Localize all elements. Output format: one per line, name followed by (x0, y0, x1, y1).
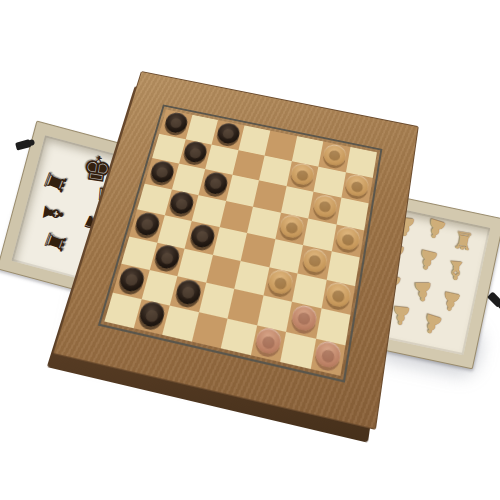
checker-dark[interactable]: ● (189, 222, 217, 249)
checker-copper[interactable]: ● (254, 326, 283, 356)
checker-dark[interactable]: ● (137, 300, 167, 329)
checker-light[interactable]: ● (325, 281, 352, 310)
chess-checkers-box-scene: ♚♜♛♟♝♞♟♜♟ ♟♟♜♟♟♝♟♟♟♟♟ ●●●●●●●●●●●●●●●●●●… (0, 0, 500, 500)
checker-light[interactable]: ● (301, 246, 328, 274)
checker-dark[interactable]: ● (153, 243, 182, 270)
chess-piece-light[interactable]: ♟ (418, 309, 446, 338)
right-drawer-knob-icon[interactable] (487, 291, 500, 307)
checker-dark[interactable]: ● (202, 170, 229, 195)
checker-dark[interactable]: ● (163, 111, 189, 135)
checker-light[interactable]: ● (335, 225, 362, 252)
chess-piece-light[interactable]: ♟ (438, 287, 464, 315)
chess-piece-dark[interactable]: ♜ (39, 167, 72, 198)
checker-dark[interactable]: ● (168, 190, 196, 216)
chess-piece-dark[interactable]: ♜ (39, 227, 70, 257)
cell-c8r8[interactable]: ● (310, 338, 345, 376)
checker-dark[interactable]: ● (182, 140, 209, 164)
checker-light[interactable]: ● (290, 162, 316, 187)
checker-light[interactable]: ● (267, 268, 295, 296)
chess-piece-light[interactable]: ♟ (422, 214, 450, 243)
checker-copper[interactable]: ● (290, 303, 318, 332)
checker-dark[interactable]: ● (174, 278, 203, 306)
checker-dark[interactable]: ● (215, 121, 241, 145)
checker-dark[interactable]: ● (133, 211, 161, 237)
checker-light[interactable]: ● (322, 143, 347, 167)
chess-piece-light[interactable]: ♜ (451, 227, 475, 253)
checker-copper[interactable]: ● (314, 340, 342, 370)
chess-piece-light[interactable]: ♟ (414, 245, 442, 275)
left-drawer-knob-icon[interactable] (15, 139, 32, 151)
chess-piece-dark[interactable]: ♝ (38, 199, 69, 228)
checker-light[interactable]: ● (279, 213, 306, 240)
checker-light[interactable]: ● (344, 173, 370, 198)
chess-piece-light[interactable]: ♟ (412, 279, 434, 304)
checker-dark[interactable]: ● (117, 265, 146, 293)
checker-dark[interactable]: ● (149, 159, 176, 184)
chess-piece-light[interactable]: ♝ (444, 257, 468, 284)
checker-light[interactable]: ● (312, 193, 338, 219)
